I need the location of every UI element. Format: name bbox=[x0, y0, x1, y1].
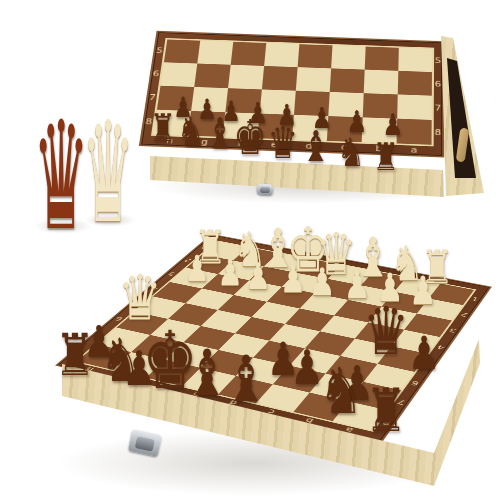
file-label: e bbox=[256, 138, 292, 152]
file-label: d bbox=[291, 140, 327, 154]
square bbox=[264, 43, 299, 67]
folded-board-face: hgfedcba 5678 5678 bbox=[139, 31, 444, 158]
square bbox=[160, 62, 197, 87]
square bbox=[296, 67, 331, 92]
file-label: h bbox=[152, 134, 188, 147]
chess-set-product-photo: hgfedcba 5678 5678 hgfedcba 12345678 123… bbox=[0, 0, 500, 500]
square bbox=[330, 68, 365, 93]
folded-board-latch-icon bbox=[257, 184, 274, 196]
light-queen-shadow bbox=[84, 213, 136, 227]
square bbox=[223, 112, 260, 138]
square bbox=[188, 111, 225, 137]
square bbox=[397, 94, 432, 119]
square bbox=[153, 110, 191, 136]
square bbox=[228, 65, 264, 90]
file-label: a bbox=[396, 143, 431, 157]
folded-board-squares bbox=[153, 39, 432, 144]
square bbox=[398, 71, 432, 96]
file-label: b bbox=[361, 142, 396, 156]
square bbox=[398, 48, 432, 72]
square bbox=[157, 86, 194, 111]
square bbox=[364, 70, 399, 95]
square bbox=[362, 117, 397, 143]
square bbox=[257, 114, 294, 140]
file-label: f bbox=[221, 137, 257, 151]
square bbox=[194, 64, 230, 89]
square bbox=[231, 42, 267, 66]
square bbox=[294, 91, 330, 116]
open-board-face: hgfedcba 12345678 12345678 bbox=[55, 234, 492, 442]
square bbox=[262, 66, 298, 91]
square bbox=[298, 44, 333, 68]
square bbox=[331, 45, 366, 69]
file-label: g bbox=[186, 136, 222, 149]
latch-bar bbox=[260, 187, 270, 194]
rank-label: 7 bbox=[432, 96, 445, 121]
square bbox=[292, 115, 328, 141]
square bbox=[328, 92, 363, 117]
square bbox=[365, 47, 399, 71]
file-label: c bbox=[326, 141, 362, 155]
square bbox=[327, 116, 363, 142]
square bbox=[397, 119, 432, 145]
square bbox=[260, 89, 296, 114]
square bbox=[164, 39, 200, 63]
square bbox=[191, 87, 228, 112]
square bbox=[197, 41, 233, 65]
rank-label: 8 bbox=[432, 120, 445, 145]
square bbox=[363, 93, 398, 118]
square bbox=[225, 88, 262, 113]
